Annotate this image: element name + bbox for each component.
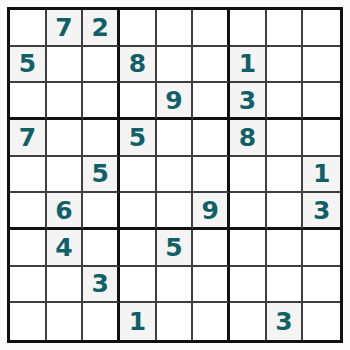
cell-r6c2[interactable]: 6 bbox=[47, 193, 84, 230]
cell-r9c5[interactable] bbox=[157, 303, 194, 340]
cell-r3c6[interactable] bbox=[193, 83, 230, 120]
cell-r3c4[interactable] bbox=[120, 83, 157, 120]
cell-r8c1[interactable] bbox=[10, 267, 47, 304]
cell-r9c7[interactable] bbox=[230, 303, 267, 340]
cell-r8c3[interactable]: 3 bbox=[83, 267, 120, 304]
cell-r7c3[interactable] bbox=[83, 230, 120, 267]
cell-r2c1[interactable]: 5 bbox=[10, 47, 47, 84]
cell-r1c1[interactable] bbox=[10, 10, 47, 47]
cell-r3c1[interactable] bbox=[10, 83, 47, 120]
cell-r5c2[interactable] bbox=[47, 157, 84, 194]
cell-r2c5[interactable] bbox=[157, 47, 194, 84]
cell-r3c5[interactable]: 9 bbox=[157, 83, 194, 120]
cell-r4c4[interactable]: 5 bbox=[120, 120, 157, 157]
cell-r2c7[interactable]: 1 bbox=[230, 47, 267, 84]
cell-r1c6[interactable] bbox=[193, 10, 230, 47]
cell-r6c8[interactable] bbox=[267, 193, 304, 230]
cell-r8c5[interactable] bbox=[157, 267, 194, 304]
cell-r4c6[interactable] bbox=[193, 120, 230, 157]
cell-r2c4[interactable]: 8 bbox=[120, 47, 157, 84]
cell-r2c9[interactable] bbox=[303, 47, 340, 84]
cell-r8c2[interactable] bbox=[47, 267, 84, 304]
cell-r2c8[interactable] bbox=[267, 47, 304, 84]
cell-r8c6[interactable] bbox=[193, 267, 230, 304]
cell-r9c1[interactable] bbox=[10, 303, 47, 340]
cell-r6c4[interactable] bbox=[120, 193, 157, 230]
cell-r7c9[interactable] bbox=[303, 230, 340, 267]
cell-r3c3[interactable] bbox=[83, 83, 120, 120]
cell-r1c2[interactable]: 7 bbox=[47, 10, 84, 47]
cell-r5c1[interactable] bbox=[10, 157, 47, 194]
cell-r6c6[interactable]: 9 bbox=[193, 193, 230, 230]
cell-r8c7[interactable] bbox=[230, 267, 267, 304]
cell-r4c9[interactable] bbox=[303, 120, 340, 157]
cell-r5c8[interactable] bbox=[267, 157, 304, 194]
cell-r1c5[interactable] bbox=[157, 10, 194, 47]
cell-r8c8[interactable] bbox=[267, 267, 304, 304]
cell-r8c4[interactable] bbox=[120, 267, 157, 304]
cell-r4c3[interactable] bbox=[83, 120, 120, 157]
cell-r6c9[interactable]: 3 bbox=[303, 193, 340, 230]
cell-r7c4[interactable] bbox=[120, 230, 157, 267]
cell-r7c7[interactable] bbox=[230, 230, 267, 267]
cell-r4c7[interactable]: 8 bbox=[230, 120, 267, 157]
cell-r1c7[interactable] bbox=[230, 10, 267, 47]
cell-r9c4[interactable]: 1 bbox=[120, 303, 157, 340]
cell-r5c5[interactable] bbox=[157, 157, 194, 194]
cell-r9c3[interactable] bbox=[83, 303, 120, 340]
cell-r6c3[interactable] bbox=[83, 193, 120, 230]
cell-r7c6[interactable] bbox=[193, 230, 230, 267]
cell-r9c9[interactable] bbox=[303, 303, 340, 340]
cell-r1c3[interactable]: 2 bbox=[83, 10, 120, 47]
cell-r9c6[interactable] bbox=[193, 303, 230, 340]
cell-r9c8[interactable]: 3 bbox=[267, 303, 304, 340]
cell-r5c9[interactable]: 1 bbox=[303, 157, 340, 194]
cell-r5c4[interactable] bbox=[120, 157, 157, 194]
cell-r3c7[interactable]: 3 bbox=[230, 83, 267, 120]
cell-r2c6[interactable] bbox=[193, 47, 230, 84]
cell-r9c2[interactable] bbox=[47, 303, 84, 340]
cell-r5c3[interactable]: 5 bbox=[83, 157, 120, 194]
cell-r4c5[interactable] bbox=[157, 120, 194, 157]
cell-r2c2[interactable] bbox=[47, 47, 84, 84]
cell-r6c5[interactable] bbox=[157, 193, 194, 230]
sudoku-board: 72581937585169345313 bbox=[7, 7, 343, 343]
cell-r6c7[interactable] bbox=[230, 193, 267, 230]
cell-r1c9[interactable] bbox=[303, 10, 340, 47]
cell-r7c8[interactable] bbox=[267, 230, 304, 267]
cell-r1c4[interactable] bbox=[120, 10, 157, 47]
cell-r8c9[interactable] bbox=[303, 267, 340, 304]
sudoku-board-container: 72581937585169345313 bbox=[7, 7, 343, 343]
cell-r5c6[interactable] bbox=[193, 157, 230, 194]
cell-r3c8[interactable] bbox=[267, 83, 304, 120]
cell-r3c2[interactable] bbox=[47, 83, 84, 120]
cell-r7c1[interactable] bbox=[10, 230, 47, 267]
cell-r4c1[interactable]: 7 bbox=[10, 120, 47, 157]
cell-r2c3[interactable] bbox=[83, 47, 120, 84]
cell-r1c8[interactable] bbox=[267, 10, 304, 47]
cell-r5c7[interactable] bbox=[230, 157, 267, 194]
cell-r7c5[interactable]: 5 bbox=[157, 230, 194, 267]
cell-r6c1[interactable] bbox=[10, 193, 47, 230]
cell-r3c9[interactable] bbox=[303, 83, 340, 120]
cell-r4c8[interactable] bbox=[267, 120, 304, 157]
cell-r7c2[interactable]: 4 bbox=[47, 230, 84, 267]
cell-r4c2[interactable] bbox=[47, 120, 84, 157]
